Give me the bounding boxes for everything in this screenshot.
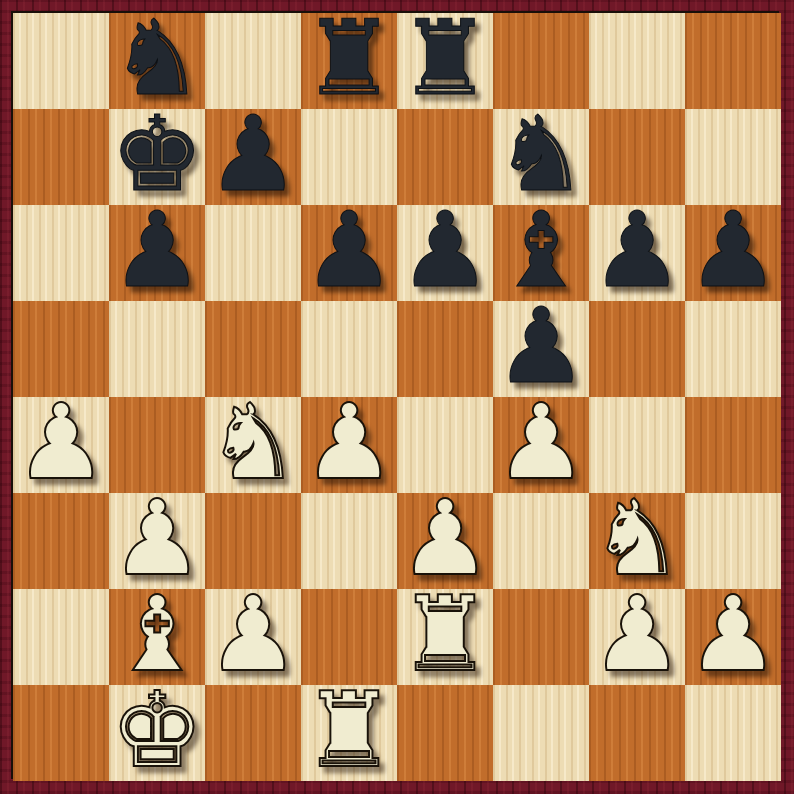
square-a4[interactable]: ♟ [13, 397, 109, 493]
piece-white-pawn[interactable]: ♟ [206, 586, 299, 682]
square-d1[interactable]: ♜ [301, 685, 397, 781]
piece-white-pawn[interactable]: ♟ [302, 394, 395, 490]
square-e1[interactable] [397, 685, 493, 781]
square-e6[interactable]: ♟ [397, 205, 493, 301]
square-c2[interactable]: ♟ [205, 589, 301, 685]
piece-white-bishop[interactable]: ♝ [110, 586, 203, 682]
square-h2[interactable]: ♟ [685, 589, 781, 685]
piece-black-pawn[interactable]: ♟ [398, 202, 491, 298]
square-a8[interactable] [13, 13, 109, 109]
piece-black-bishop[interactable]: ♝ [494, 202, 587, 298]
square-g5[interactable] [589, 301, 685, 397]
piece-white-knight[interactable]: ♞ [206, 394, 299, 490]
square-h1[interactable] [685, 685, 781, 781]
square-e2[interactable]: ♜ [397, 589, 493, 685]
square-h4[interactable] [685, 397, 781, 493]
piece-black-pawn[interactable]: ♟ [494, 298, 587, 394]
square-h8[interactable] [685, 13, 781, 109]
square-b1[interactable]: ♚ [109, 685, 205, 781]
piece-black-rook[interactable]: ♜ [302, 10, 395, 106]
piece-white-knight[interactable]: ♞ [590, 490, 683, 586]
square-e5[interactable] [397, 301, 493, 397]
piece-black-pawn[interactable]: ♟ [686, 202, 779, 298]
square-h6[interactable]: ♟ [685, 205, 781, 301]
piece-white-pawn[interactable]: ♟ [686, 586, 779, 682]
square-g1[interactable] [589, 685, 685, 781]
piece-white-pawn[interactable]: ♟ [110, 490, 203, 586]
square-a2[interactable] [13, 589, 109, 685]
square-b6[interactable]: ♟ [109, 205, 205, 301]
piece-white-pawn[interactable]: ♟ [494, 394, 587, 490]
piece-white-rook[interactable]: ♜ [302, 682, 395, 778]
piece-black-knight[interactable]: ♞ [494, 106, 587, 202]
piece-white-pawn[interactable]: ♟ [14, 394, 107, 490]
square-d8[interactable]: ♜ [301, 13, 397, 109]
board-frame: ♞♜♜♚♟♞♟♟♟♝♟♟♟♟♞♟♟♟♟♞♝♟♜♟♟♚♜ [0, 0, 794, 794]
piece-black-knight[interactable]: ♞ [110, 10, 203, 106]
piece-white-pawn[interactable]: ♟ [398, 490, 491, 586]
piece-black-pawn[interactable]: ♟ [110, 202, 203, 298]
square-d3[interactable] [301, 493, 397, 589]
square-a7[interactable] [13, 109, 109, 205]
square-c1[interactable] [205, 685, 301, 781]
square-c4[interactable]: ♞ [205, 397, 301, 493]
square-c7[interactable]: ♟ [205, 109, 301, 205]
square-h5[interactable] [685, 301, 781, 397]
square-e8[interactable]: ♜ [397, 13, 493, 109]
square-g8[interactable] [589, 13, 685, 109]
piece-black-pawn[interactable]: ♟ [206, 106, 299, 202]
piece-black-king[interactable]: ♚ [110, 106, 203, 202]
square-a6[interactable] [13, 205, 109, 301]
square-a1[interactable] [13, 685, 109, 781]
square-f3[interactable] [493, 493, 589, 589]
piece-white-king[interactable]: ♚ [110, 682, 203, 778]
piece-white-pawn[interactable]: ♟ [590, 586, 683, 682]
piece-white-rook[interactable]: ♜ [398, 586, 491, 682]
square-d4[interactable]: ♟ [301, 397, 397, 493]
square-f4[interactable]: ♟ [493, 397, 589, 493]
chess-board: ♞♜♜♚♟♞♟♟♟♝♟♟♟♟♞♟♟♟♟♞♝♟♜♟♟♚♜ [11, 11, 779, 779]
square-f2[interactable] [493, 589, 589, 685]
piece-black-pawn[interactable]: ♟ [302, 202, 395, 298]
square-g2[interactable]: ♟ [589, 589, 685, 685]
square-g6[interactable]: ♟ [589, 205, 685, 301]
piece-black-pawn[interactable]: ♟ [590, 202, 683, 298]
square-a3[interactable] [13, 493, 109, 589]
square-d6[interactable]: ♟ [301, 205, 397, 301]
square-f1[interactable] [493, 685, 589, 781]
square-c6[interactable] [205, 205, 301, 301]
square-b5[interactable] [109, 301, 205, 397]
piece-black-rook[interactable]: ♜ [398, 10, 491, 106]
